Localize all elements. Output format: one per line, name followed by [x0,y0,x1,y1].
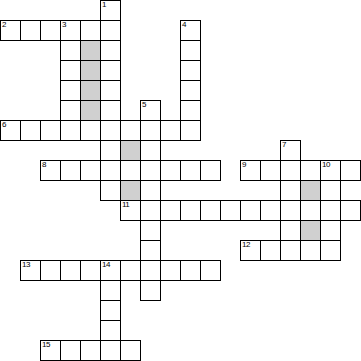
clue-number: 12 [242,241,250,249]
grid-cell[interactable] [180,80,201,101]
clue-number: 9 [242,161,246,169]
grid-cell[interactable] [280,240,301,261]
crossword-board: 123456789101112131415 [0,0,361,361]
grid-cell[interactable] [340,160,361,181]
grid-cell[interactable] [100,20,121,41]
grid-cell[interactable] [100,40,121,61]
clue-number: 10 [322,161,330,169]
grid-cell[interactable] [180,200,201,221]
grid-cell[interactable]: 13 [20,260,41,281]
clue-number: 3 [62,21,66,29]
grid-cell[interactable] [160,200,181,221]
grid-cell[interactable] [40,20,61,41]
clue-number: 5 [142,101,146,109]
grid-cell[interactable]: 9 [240,160,261,181]
grid-cell[interactable] [120,260,141,281]
grid-cell[interactable] [280,160,301,181]
grid-cell[interactable] [300,240,321,261]
grid-cell[interactable] [280,180,301,201]
grid-cell[interactable] [120,120,141,141]
grid-cell[interactable]: 5 [140,100,161,121]
grid-cell[interactable] [80,20,101,41]
grid-cell[interactable] [60,260,81,281]
grid-cell[interactable] [60,340,81,361]
grid-cell[interactable] [100,120,121,141]
grid-cell[interactable] [20,20,41,41]
grid-cell[interactable] [300,200,321,221]
grid-cell[interactable] [280,200,301,221]
grid-cell[interactable] [200,260,221,281]
grid-cell[interactable]: 3 [60,20,81,41]
grid-cell[interactable]: 15 [40,340,61,361]
grid-cell[interactable] [60,60,81,81]
grid-cell[interactable] [260,240,281,261]
grid-cell[interactable] [140,280,161,301]
grid-cell[interactable] [100,180,121,201]
grid-cell[interactable] [100,340,121,361]
clue-number: 14 [102,261,110,269]
grid-cell[interactable] [320,200,341,221]
grid-cell[interactable] [260,200,281,221]
solution-cell[interactable] [120,180,141,201]
solution-cell[interactable] [120,140,141,161]
grid-cell[interactable] [280,220,301,241]
clue-number: 13 [22,261,30,269]
grid-cell[interactable] [100,160,121,181]
grid-cell[interactable] [140,120,161,141]
solution-cell[interactable] [80,100,101,121]
grid-cell[interactable] [200,160,221,181]
grid-cell[interactable] [100,280,121,301]
grid-cell[interactable] [60,40,81,61]
grid-cell[interactable] [80,340,101,361]
grid-cell[interactable] [60,80,81,101]
grid-cell[interactable] [60,160,81,181]
grid-cell[interactable]: 6 [0,120,21,141]
grid-cell[interactable] [80,160,101,181]
clue-number: 4 [182,21,186,29]
grid-cell[interactable] [100,100,121,121]
grid-cell[interactable]: 7 [280,140,301,161]
grid-cell[interactable] [160,160,181,181]
clue-number: 7 [282,141,286,149]
grid-cell[interactable] [40,120,61,141]
grid-cell[interactable] [140,160,161,181]
clue-number: 6 [2,121,6,129]
grid-cell[interactable] [120,160,141,181]
grid-cell[interactable] [200,200,221,221]
grid-cell[interactable] [60,120,81,141]
grid-cell[interactable] [340,200,361,221]
grid-cell[interactable] [140,220,161,241]
grid-cell[interactable] [180,120,201,141]
grid-cell[interactable] [20,120,41,141]
grid-cell[interactable] [100,80,121,101]
grid-cell[interactable] [320,240,341,261]
grid-cell[interactable] [180,160,201,181]
clue-number: 1 [102,1,106,9]
grid-cell[interactable] [320,180,341,201]
grid-cell[interactable]: 8 [40,160,61,181]
grid-cell[interactable] [300,160,321,181]
grid-cell[interactable]: 2 [0,20,21,41]
grid-cell[interactable] [80,120,101,141]
grid-cell[interactable]: 4 [180,20,201,41]
grid-cell[interactable] [120,340,141,361]
grid-cell[interactable] [100,140,121,161]
clue-number: 15 [42,341,50,349]
grid-cell[interactable] [140,200,161,221]
grid-cell[interactable] [320,220,341,241]
grid-cell[interactable]: 12 [240,240,261,261]
grid-cell[interactable] [80,260,101,281]
grid-cell[interactable] [180,40,201,61]
grid-cell[interactable] [140,260,161,281]
solution-cell[interactable] [80,40,101,61]
grid-cell[interactable]: 14 [100,260,121,281]
grid-cell[interactable] [40,260,61,281]
grid-cell[interactable] [180,260,201,281]
clue-number: 2 [2,21,6,29]
grid-cell[interactable]: 11 [120,200,141,221]
grid-cell[interactable]: 10 [320,160,341,181]
solution-cell[interactable] [300,220,321,241]
grid-cell[interactable] [100,320,121,341]
grid-cell[interactable] [140,240,161,261]
clue-number: 8 [42,161,46,169]
solution-cell[interactable] [80,60,101,81]
solution-cell[interactable] [300,180,321,201]
grid-cell[interactable] [180,60,201,81]
clue-number: 11 [122,201,129,209]
grid-cell[interactable] [180,100,201,121]
grid-cell[interactable] [160,260,181,281]
grid-cell[interactable] [100,300,121,321]
solution-cell[interactable] [80,80,101,101]
grid-cell[interactable] [140,180,161,201]
grid-cell[interactable] [140,140,161,161]
grid-cell[interactable]: 1 [100,0,121,21]
grid-cell[interactable] [60,100,81,121]
grid-cell[interactable] [260,160,281,181]
grid-cell[interactable] [240,200,261,221]
grid-cell[interactable] [160,120,181,141]
grid-cell[interactable] [220,200,241,221]
grid-cell[interactable] [100,60,121,81]
